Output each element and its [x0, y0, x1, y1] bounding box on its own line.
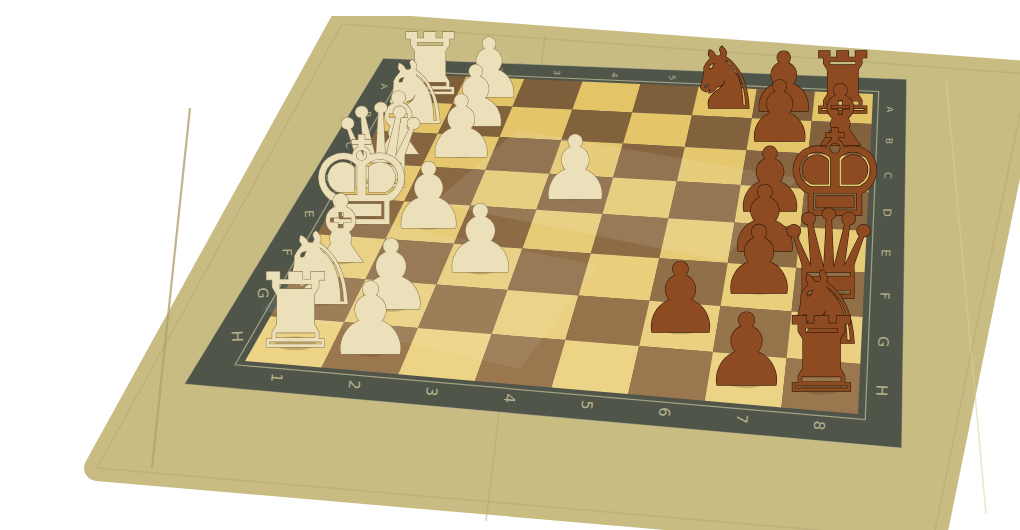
rank-label-front-4: 4: [500, 393, 519, 404]
rank-label-back-3: 3: [552, 70, 562, 76]
file-label-right-h: H: [872, 384, 890, 396]
rank-label-front-1: 1: [267, 372, 286, 383]
file-label-right-g: G: [875, 336, 891, 348]
rank-label-front-3: 3: [422, 386, 441, 397]
rank-label-back-5: 5: [667, 75, 677, 81]
square-b5: [623, 113, 692, 147]
piece-black-rook-h8: ♜: [775, 295, 868, 415]
rank-label-front-8: 8: [810, 420, 829, 431]
rank-label-front-2: 2: [345, 379, 364, 390]
white-pawn-glyph: ♟: [326, 261, 416, 378]
black-rook-glyph: ♜: [775, 295, 868, 415]
white-pawn-glyph: ♟: [438, 185, 522, 294]
square-h5: [552, 340, 640, 394]
chess-board-photo: AABBCCDDEEFFGGHH1234567812345678♜♟♞♟♜♞♟♟…: [40, 16, 1020, 530]
file-label-left-h: H: [228, 330, 246, 342]
chessboard-scene: AABBCCDDEEFFGGHH1234567812345678♜♟♞♟♜♞♟♟…: [40, 16, 1020, 530]
rank-label-front-5: 5: [577, 399, 596, 410]
white-pawn-glyph: ♟: [536, 117, 616, 220]
piece-white-pawn-h2: ♟: [326, 261, 416, 378]
square-a4: [572, 82, 640, 113]
piece-white-pawn-f3: ♟: [438, 185, 522, 294]
rank-label-front-6: 6: [655, 406, 674, 417]
piece-white-pawn-d4: ♟: [536, 117, 616, 220]
rank-label-front-7: 7: [732, 413, 751, 424]
rank-label-back-4: 4: [609, 72, 619, 78]
